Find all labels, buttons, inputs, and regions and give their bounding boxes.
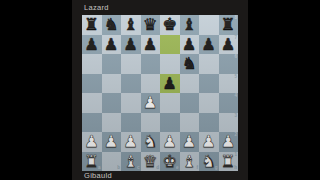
square-e6[interactable] xyxy=(160,54,180,74)
white-bishop-c1: ♝ xyxy=(123,152,138,172)
file-coordinate-d: d xyxy=(156,166,159,171)
square-b1[interactable]: b xyxy=(102,152,122,172)
square-d1[interactable]: ♛d xyxy=(141,152,161,172)
black-pawn-e5: ♟ xyxy=(162,74,177,94)
white-pawn-g2: ♟ xyxy=(201,132,216,152)
white-pawn-f2: ♟ xyxy=(182,132,197,152)
square-a4[interactable] xyxy=(82,93,102,113)
white-knight-d2: ♞ xyxy=(143,132,158,152)
black-bishop-f8: ♝ xyxy=(182,15,197,35)
square-e4[interactable] xyxy=(160,93,180,113)
square-c4[interactable] xyxy=(121,93,141,113)
rank-coordinate-5: 5 xyxy=(234,75,237,80)
square-b7[interactable]: ♟ xyxy=(102,35,122,55)
square-d3[interactable] xyxy=(141,113,161,133)
square-a5[interactable] xyxy=(82,74,102,94)
square-f1[interactable]: ♝f xyxy=(180,152,200,172)
square-h7[interactable]: ♟7 xyxy=(219,35,239,55)
square-e1[interactable]: ♚e xyxy=(160,152,180,172)
square-h5[interactable]: 5 xyxy=(219,74,239,94)
square-e3[interactable] xyxy=(160,113,180,133)
square-c7[interactable]: ♟ xyxy=(121,35,141,55)
square-c5[interactable] xyxy=(121,74,141,94)
square-c2[interactable]: ♟ xyxy=(121,132,141,152)
letterbox-right xyxy=(248,0,320,180)
black-pawn-b7: ♟ xyxy=(104,35,119,55)
square-f6[interactable]: ♞ xyxy=(180,54,200,74)
square-f4[interactable] xyxy=(180,93,200,113)
black-knight-b8: ♞ xyxy=(104,15,119,35)
black-bishop-c8: ♝ xyxy=(123,15,138,35)
rank-coordinate-1: 1 xyxy=(234,153,237,158)
square-a8[interactable]: ♜ xyxy=(82,15,102,35)
file-coordinate-f: f xyxy=(197,166,199,171)
white-rook-a1: ♜ xyxy=(84,152,99,172)
square-a6[interactable] xyxy=(82,54,102,74)
white-pawn-e2: ♟ xyxy=(162,132,177,152)
black-pawn-f7: ♟ xyxy=(182,35,197,55)
square-e7[interactable] xyxy=(160,35,180,55)
square-d7[interactable]: ♟ xyxy=(141,35,161,55)
square-d6[interactable] xyxy=(141,54,161,74)
square-g5[interactable] xyxy=(199,74,219,94)
square-g2[interactable]: ♟ xyxy=(199,132,219,152)
square-b3[interactable] xyxy=(102,113,122,133)
square-e5[interactable]: ♟ xyxy=(160,74,180,94)
white-pawn-c2: ♟ xyxy=(123,132,138,152)
rank-coordinate-2: 2 xyxy=(234,133,237,138)
black-pawn-a7: ♟ xyxy=(84,35,99,55)
square-f2[interactable]: ♟ xyxy=(180,132,200,152)
file-coordinate-h: h xyxy=(234,166,237,171)
white-pawn-d4: ♟ xyxy=(143,93,158,113)
black-queen-d8: ♛ xyxy=(143,15,158,35)
square-h4[interactable]: 4 xyxy=(219,93,239,113)
black-pawn-d7: ♟ xyxy=(143,35,158,55)
player-name-bottom: Gibauld xyxy=(84,171,112,180)
square-h6[interactable]: 6 xyxy=(219,54,239,74)
square-f5[interactable] xyxy=(180,74,200,94)
square-g4[interactable] xyxy=(199,93,219,113)
square-g6[interactable] xyxy=(199,54,219,74)
square-c3[interactable] xyxy=(121,113,141,133)
square-b6[interactable] xyxy=(102,54,122,74)
video-still: { "game": "chess", "players": { "top": {… xyxy=(0,0,320,180)
black-pawn-c7: ♟ xyxy=(123,35,138,55)
black-rook-a8: ♜ xyxy=(84,15,99,35)
player-bar-top: Lazard xyxy=(72,0,248,15)
black-king-e8: ♚ xyxy=(162,15,177,35)
square-g8[interactable] xyxy=(199,15,219,35)
square-f3[interactable] xyxy=(180,113,200,133)
square-g3[interactable] xyxy=(199,113,219,133)
square-d8[interactable]: ♛ xyxy=(141,15,161,35)
square-b4[interactable] xyxy=(102,93,122,113)
video-frame: Lazard ♜♞♝♛♚♝♜8♟♟♟♟♟♟♟7♞6♟5♟43♟♟♟♞♟♟♟♟2♜… xyxy=(72,0,248,180)
square-g1[interactable]: ♞g xyxy=(199,152,219,172)
square-e8[interactable]: ♚ xyxy=(160,15,180,35)
square-b5[interactable] xyxy=(102,74,122,94)
rank-coordinate-3: 3 xyxy=(234,114,237,119)
square-a3[interactable] xyxy=(82,113,102,133)
square-e2[interactable]: ♟ xyxy=(160,132,180,152)
square-b8[interactable]: ♞ xyxy=(102,15,122,35)
file-coordinate-g: g xyxy=(215,166,218,171)
rank-coordinate-7: 7 xyxy=(234,36,237,41)
player-name-top: Lazard xyxy=(84,3,109,12)
square-h3[interactable]: 3 xyxy=(219,113,239,133)
black-knight-f6: ♞ xyxy=(182,54,197,74)
square-c6[interactable] xyxy=(121,54,141,74)
white-pawn-a2: ♟ xyxy=(84,132,99,152)
square-a2[interactable]: ♟ xyxy=(82,132,102,152)
file-coordinate-b: b xyxy=(117,166,120,171)
square-f8[interactable]: ♝ xyxy=(180,15,200,35)
black-rook-h8: ♜ xyxy=(221,15,236,35)
rank-coordinate-8: 8 xyxy=(234,16,237,21)
white-pawn-b2: ♟ xyxy=(104,132,119,152)
rank-coordinate-4: 4 xyxy=(234,94,237,99)
square-g7[interactable]: ♟ xyxy=(199,35,219,55)
player-bar-bottom: Gibauld xyxy=(72,171,248,180)
square-b2[interactable]: ♟ xyxy=(102,132,122,152)
file-coordinate-e: e xyxy=(176,166,179,171)
white-bishop-f1: ♝ xyxy=(182,152,197,172)
black-pawn-g7: ♟ xyxy=(201,35,216,55)
square-a7[interactable]: ♟ xyxy=(82,35,102,55)
square-f7[interactable]: ♟ xyxy=(180,35,200,55)
file-coordinate-c: c xyxy=(137,166,140,171)
white-pawn-h2: ♟ xyxy=(221,132,236,152)
square-d2[interactable]: ♞ xyxy=(141,132,161,152)
square-h1[interactable]: ♜1h xyxy=(219,152,239,172)
square-c8[interactable]: ♝ xyxy=(121,15,141,35)
square-c1[interactable]: ♝c xyxy=(121,152,141,172)
black-pawn-h7: ♟ xyxy=(221,35,236,55)
square-d4[interactable]: ♟ xyxy=(141,93,161,113)
file-coordinate-a: a xyxy=(98,166,101,171)
chess-board: ♜♞♝♛♚♝♜8♟♟♟♟♟♟♟7♞6♟5♟43♟♟♟♞♟♟♟♟2♜ab♝c♛d♚… xyxy=(82,15,238,171)
rank-coordinate-6: 6 xyxy=(234,55,237,60)
square-d5[interactable] xyxy=(141,74,161,94)
square-h8[interactable]: ♜8 xyxy=(219,15,239,35)
letterbox-left xyxy=(0,0,72,180)
white-king-e1: ♚ xyxy=(162,152,177,172)
square-a1[interactable]: ♜a xyxy=(82,152,102,172)
square-h2[interactable]: ♟2 xyxy=(219,132,239,152)
